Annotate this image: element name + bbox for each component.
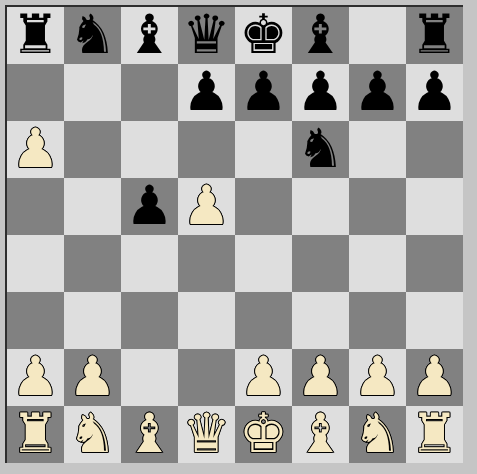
square-e8[interactable]: ♚ bbox=[235, 7, 292, 64]
square-h5[interactable] bbox=[406, 178, 463, 235]
square-g3[interactable] bbox=[349, 292, 406, 349]
square-f5[interactable] bbox=[292, 178, 349, 235]
square-h6[interactable] bbox=[406, 121, 463, 178]
square-h3[interactable] bbox=[406, 292, 463, 349]
square-b6[interactable] bbox=[64, 121, 121, 178]
black-queen-d8[interactable]: ♛ bbox=[182, 6, 230, 63]
square-f8[interactable]: ♝ bbox=[292, 7, 349, 64]
white-knight-g1[interactable]: ♞ bbox=[353, 405, 401, 462]
black-pawn-e7[interactable]: ♟ bbox=[239, 63, 287, 120]
white-bishop-f1[interactable]: ♝ bbox=[296, 405, 344, 462]
square-a6[interactable]: ♟ bbox=[7, 121, 64, 178]
square-a8[interactable]: ♜ bbox=[7, 7, 64, 64]
square-e7[interactable]: ♟ bbox=[235, 64, 292, 121]
square-a4[interactable] bbox=[7, 235, 64, 292]
square-e1[interactable]: ♚ bbox=[235, 406, 292, 463]
square-f4[interactable] bbox=[292, 235, 349, 292]
black-pawn-d7[interactable]: ♟ bbox=[182, 63, 230, 120]
white-pawn-a6[interactable]: ♟ bbox=[11, 120, 59, 177]
square-g5[interactable] bbox=[349, 178, 406, 235]
black-pawn-h7[interactable]: ♟ bbox=[410, 63, 458, 120]
white-pawn-d5[interactable]: ♟ bbox=[182, 177, 230, 234]
square-e6[interactable] bbox=[235, 121, 292, 178]
square-f6[interactable]: ♞ bbox=[292, 121, 349, 178]
square-a3[interactable] bbox=[7, 292, 64, 349]
square-g2[interactable]: ♟ bbox=[349, 349, 406, 406]
square-a7[interactable] bbox=[7, 64, 64, 121]
square-f2[interactable]: ♟ bbox=[292, 349, 349, 406]
chess-board: ♜♞♝♛♚♝♜♟♟♟♟♟♟♞♟♟♟♟♟♟♟♟♜♞♝♛♚♝♞♜ bbox=[7, 7, 463, 463]
white-pawn-g2[interactable]: ♟ bbox=[353, 348, 401, 405]
square-f3[interactable] bbox=[292, 292, 349, 349]
square-c8[interactable]: ♝ bbox=[121, 7, 178, 64]
black-rook-a8[interactable]: ♜ bbox=[11, 6, 59, 63]
square-e5[interactable] bbox=[235, 178, 292, 235]
square-g7[interactable]: ♟ bbox=[349, 64, 406, 121]
black-rook-h8[interactable]: ♜ bbox=[410, 6, 458, 63]
square-c7[interactable] bbox=[121, 64, 178, 121]
square-d7[interactable]: ♟ bbox=[178, 64, 235, 121]
square-d1[interactable]: ♛ bbox=[178, 406, 235, 463]
black-bishop-c8[interactable]: ♝ bbox=[125, 6, 173, 63]
square-e4[interactable] bbox=[235, 235, 292, 292]
board-frame: ♜♞♝♛♚♝♜♟♟♟♟♟♟♞♟♟♟♟♟♟♟♟♜♞♝♛♚♝♞♜ bbox=[5, 5, 463, 463]
white-queen-d1[interactable]: ♛ bbox=[182, 405, 230, 462]
square-d5[interactable]: ♟ bbox=[178, 178, 235, 235]
square-f1[interactable]: ♝ bbox=[292, 406, 349, 463]
square-b8[interactable]: ♞ bbox=[64, 7, 121, 64]
square-c1[interactable]: ♝ bbox=[121, 406, 178, 463]
black-knight-b8[interactable]: ♞ bbox=[68, 6, 116, 63]
square-a1[interactable]: ♜ bbox=[7, 406, 64, 463]
square-a5[interactable] bbox=[7, 178, 64, 235]
square-g1[interactable]: ♞ bbox=[349, 406, 406, 463]
black-pawn-c5[interactable]: ♟ bbox=[125, 177, 173, 234]
square-h7[interactable]: ♟ bbox=[406, 64, 463, 121]
square-b1[interactable]: ♞ bbox=[64, 406, 121, 463]
black-pawn-g7[interactable]: ♟ bbox=[353, 63, 401, 120]
square-c2[interactable] bbox=[121, 349, 178, 406]
square-g8[interactable] bbox=[349, 7, 406, 64]
square-a2[interactable]: ♟ bbox=[7, 349, 64, 406]
white-king-e1[interactable]: ♚ bbox=[239, 405, 287, 462]
black-pawn-f7[interactable]: ♟ bbox=[296, 63, 344, 120]
square-g4[interactable] bbox=[349, 235, 406, 292]
square-b7[interactable] bbox=[64, 64, 121, 121]
square-e2[interactable]: ♟ bbox=[235, 349, 292, 406]
white-pawn-h2[interactable]: ♟ bbox=[410, 348, 458, 405]
square-d8[interactable]: ♛ bbox=[178, 7, 235, 64]
square-h8[interactable]: ♜ bbox=[406, 7, 463, 64]
white-pawn-b2[interactable]: ♟ bbox=[68, 348, 116, 405]
square-b2[interactable]: ♟ bbox=[64, 349, 121, 406]
white-pawn-f2[interactable]: ♟ bbox=[296, 348, 344, 405]
square-h1[interactable]: ♜ bbox=[406, 406, 463, 463]
square-d2[interactable] bbox=[178, 349, 235, 406]
square-d6[interactable] bbox=[178, 121, 235, 178]
square-h2[interactable]: ♟ bbox=[406, 349, 463, 406]
square-d4[interactable] bbox=[178, 235, 235, 292]
black-king-e8[interactable]: ♚ bbox=[239, 6, 287, 63]
white-pawn-a2[interactable]: ♟ bbox=[11, 348, 59, 405]
white-rook-a1[interactable]: ♜ bbox=[11, 405, 59, 462]
square-b4[interactable] bbox=[64, 235, 121, 292]
square-b3[interactable] bbox=[64, 292, 121, 349]
square-e3[interactable] bbox=[235, 292, 292, 349]
square-c3[interactable] bbox=[121, 292, 178, 349]
square-d3[interactable] bbox=[178, 292, 235, 349]
square-f7[interactable]: ♟ bbox=[292, 64, 349, 121]
square-g6[interactable] bbox=[349, 121, 406, 178]
white-rook-h1[interactable]: ♜ bbox=[410, 405, 458, 462]
square-b5[interactable] bbox=[64, 178, 121, 235]
black-bishop-f8[interactable]: ♝ bbox=[296, 6, 344, 63]
black-knight-f6[interactable]: ♞ bbox=[296, 120, 344, 177]
square-c6[interactable] bbox=[121, 121, 178, 178]
white-bishop-c1[interactable]: ♝ bbox=[125, 405, 173, 462]
white-knight-b1[interactable]: ♞ bbox=[68, 405, 116, 462]
square-h4[interactable] bbox=[406, 235, 463, 292]
white-pawn-e2[interactable]: ♟ bbox=[239, 348, 287, 405]
square-c5[interactable]: ♟ bbox=[121, 178, 178, 235]
square-c4[interactable] bbox=[121, 235, 178, 292]
